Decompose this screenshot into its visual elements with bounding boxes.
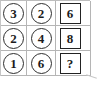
cell-r1c1: 3 (1, 1, 27, 26)
circled-number: 3 (3, 3, 24, 24)
answer-box[interactable]: ? (60, 53, 81, 74)
cell-r3c1: 1 (1, 51, 27, 76)
boxed-number: 8 (60, 28, 81, 49)
circled-number: 2 (3, 28, 24, 49)
corner-smudge (86, 74, 97, 78)
cell-r1c2: 2 (27, 1, 56, 26)
cell-r3c2: 6 (27, 51, 56, 76)
circled-number: 4 (31, 28, 52, 49)
circled-number: 2 (31, 3, 52, 24)
puzzle-grid: 3 2 6 2 4 8 1 6 ? (0, 0, 90, 76)
cell-r3c3: ? (56, 51, 91, 76)
circled-number: 6 (31, 53, 52, 74)
puzzle-canvas: 3 2 6 2 4 8 1 6 ? (0, 0, 101, 109)
circled-number: 1 (3, 53, 24, 74)
cell-r2c2: 4 (27, 26, 56, 51)
cell-r2c3: 8 (56, 26, 91, 51)
cell-r2c1: 2 (1, 26, 27, 51)
boxed-number: 6 (60, 3, 81, 24)
cell-r1c3: 6 (56, 1, 91, 26)
